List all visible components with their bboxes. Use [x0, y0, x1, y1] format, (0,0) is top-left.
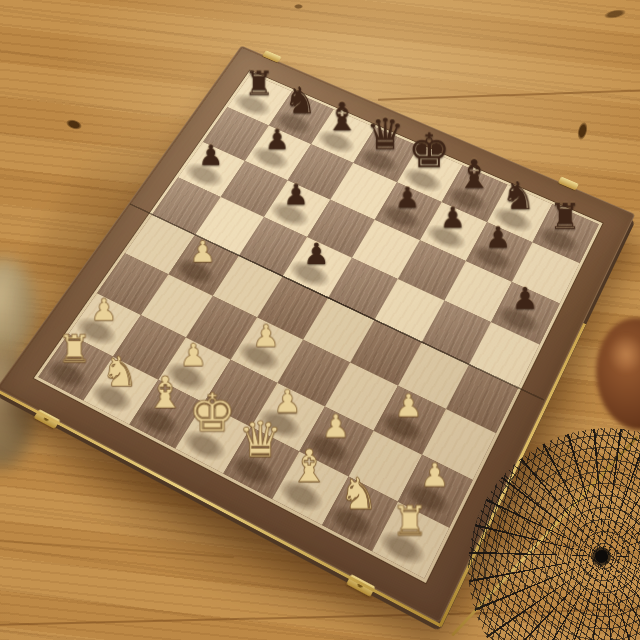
wood-knot — [294, 4, 303, 9]
piece-black-pawn[interactable]: ♟ — [511, 284, 538, 314]
piece-white-pawn[interactable]: ♟ — [420, 460, 449, 493]
piece-black-pawn[interactable]: ♟ — [283, 181, 309, 210]
piece-black-pawn[interactable]: ♟ — [303, 239, 330, 269]
wood-knot — [65, 118, 83, 132]
piece-white-bishop[interactable]: ♝ — [146, 371, 186, 415]
floor-plank-seam — [378, 89, 640, 100]
piece-white-pawn[interactable]: ♟ — [253, 320, 281, 351]
piece-black-pawn[interactable]: ♟ — [264, 126, 289, 154]
piece-black-bishop[interactable]: ♝ — [325, 98, 360, 137]
wood-knot — [603, 8, 626, 20]
piece-black-pawn[interactable]: ♟ — [440, 203, 466, 232]
piece-white-king[interactable]: ♚ — [188, 387, 236, 440]
piece-white-knight[interactable]: ♞ — [339, 471, 378, 515]
piece-black-knight[interactable]: ♞ — [502, 176, 537, 215]
piece-black-king[interactable]: ♚ — [408, 128, 450, 175]
piece-black-knight[interactable]: ♞ — [284, 82, 317, 119]
scene: ♜♞♝♛♚♝♞♜♟♟♟♟♟♟♟♟♟♟♟♟♟♟♟♟♜♞♝♚♛♝♞♜ — [0, 0, 640, 640]
piece-black-pawn[interactable]: ♟ — [395, 183, 421, 212]
piece-black-rook[interactable]: ♜ — [244, 67, 274, 101]
square-b3[interactable] — [141, 274, 212, 337]
piece-black-queen[interactable]: ♛ — [366, 113, 405, 156]
piece-white-pawn[interactable]: ♟ — [189, 237, 216, 267]
piece-white-bishop[interactable]: ♝ — [289, 444, 330, 490]
skeleton-leaf-center — [595, 550, 608, 563]
piece-white-knight[interactable]: ♞ — [101, 350, 138, 392]
dried-pod-highlight — [608, 334, 640, 374]
piece-white-rook[interactable]: ♜ — [392, 501, 429, 542]
piece-white-pawn[interactable]: ♟ — [90, 296, 117, 326]
piece-white-pawn[interactable]: ♟ — [321, 411, 350, 443]
piece-white-queen[interactable]: ♛ — [238, 415, 282, 464]
piece-black-pawn[interactable]: ♟ — [485, 223, 511, 252]
piece-white-rook[interactable]: ♜ — [57, 330, 91, 368]
piece-black-bishop[interactable]: ♝ — [456, 155, 492, 195]
piece-white-pawn[interactable]: ♟ — [395, 390, 423, 422]
piece-black-rook[interactable]: ♜ — [549, 199, 581, 235]
wood-knot — [576, 121, 589, 141]
piece-black-pawn[interactable]: ♟ — [198, 142, 223, 170]
